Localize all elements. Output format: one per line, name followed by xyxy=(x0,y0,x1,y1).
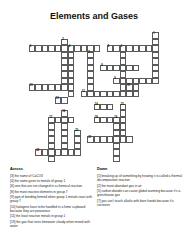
cell-number: 22 xyxy=(36,150,39,153)
grid-cell[interactable] xyxy=(107,104,114,111)
grid-cell[interactable] xyxy=(74,149,81,156)
clue-item: [5] carbon dioxide can cause global warm… xyxy=(97,189,183,198)
across-header: Across xyxy=(10,167,94,172)
cell-number: 6 xyxy=(121,46,122,49)
grid-cell[interactable] xyxy=(61,97,68,104)
grid-cell[interactable] xyxy=(68,117,75,124)
clue-item: [3] the name of CaCO3 xyxy=(10,174,94,178)
clue-item: [11] the least reactive metals in group … xyxy=(10,214,94,218)
clue-item: [10] halogens have to be handled in a fu… xyxy=(10,205,94,214)
cell-number: 17 xyxy=(49,117,52,120)
cell-number: 10 xyxy=(30,85,33,88)
down-header: Down xyxy=(97,167,183,172)
crossword-grid[interactable]: 12345678910111213141516171819202122 xyxy=(9,32,178,162)
grid-cell[interactable] xyxy=(113,156,120,163)
cell-number: 2 xyxy=(62,39,63,42)
grid-cell[interactable] xyxy=(68,91,75,98)
grid-cell[interactable] xyxy=(133,65,140,72)
cell-number: 13 xyxy=(56,98,59,101)
cell-number: 5 xyxy=(108,46,109,49)
clue-item: [8] the most reactive elements in group … xyxy=(10,190,94,194)
clue-item: [2] the most abundant gas in air xyxy=(97,184,183,188)
clue-item: [7] you can't touch alkalis with bare ha… xyxy=(97,199,183,208)
down-clues: [1] breaking up of something by heating … xyxy=(97,174,183,208)
grid-cell[interactable] xyxy=(133,91,140,98)
cell-number: 19 xyxy=(114,117,117,120)
clue-item: [13] the gas that turns limewater cloudy… xyxy=(10,220,94,229)
clue-item: [9] type of bonding formed when group 1 … xyxy=(10,195,94,204)
cell-number: 12 xyxy=(82,91,85,94)
grid-cell[interactable] xyxy=(126,136,133,143)
cell-number: 16 xyxy=(62,111,65,114)
cell-number: 1 xyxy=(153,33,154,36)
clue-item: [6] ions that are not changed in a chemi… xyxy=(10,184,94,188)
cell-number: 3 xyxy=(30,46,31,49)
cell-number: 15 xyxy=(121,104,124,107)
cell-number: 7 xyxy=(88,52,89,55)
cell-number: 14 xyxy=(95,104,98,107)
page-title: Elements and Gases xyxy=(0,11,188,21)
crossword-page: Elements and Gases 123456789101112131415… xyxy=(0,0,188,243)
across-clues: [3] the name of CaCO3[4] the name given … xyxy=(10,174,94,229)
grid-cell[interactable] xyxy=(48,156,55,163)
clue-item: [1] breaking up of something by heating … xyxy=(97,174,183,183)
cell-number: 9 xyxy=(114,78,115,81)
down-section: Down [1] breaking up of something by hea… xyxy=(97,167,183,208)
grid-cell[interactable] xyxy=(152,78,159,85)
cell-number: 4 xyxy=(69,46,70,49)
cell-number: 21 xyxy=(88,137,91,140)
cell-number: 8 xyxy=(101,65,102,68)
grid-cell[interactable] xyxy=(94,45,101,52)
cell-number: 11 xyxy=(127,85,130,88)
cell-number: 18 xyxy=(95,117,98,120)
clue-item: [4] the name given to metals of group 1 xyxy=(10,179,94,183)
across-section: Across [3] the name of CaCO3[4] the name… xyxy=(10,167,94,230)
cell-number: 20 xyxy=(75,130,78,133)
